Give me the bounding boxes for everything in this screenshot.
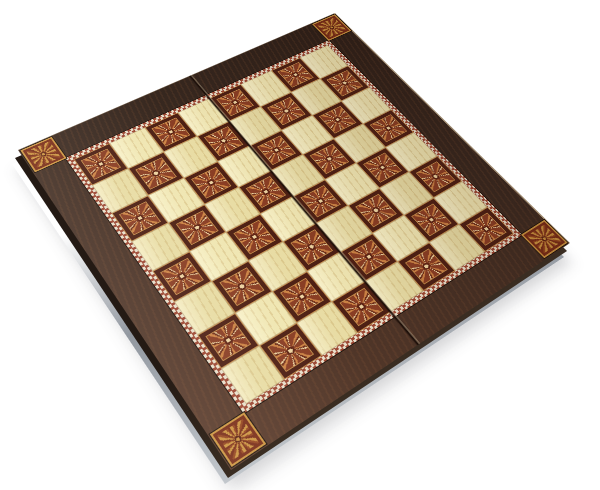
chess-board [18, 13, 570, 470]
corner-ornament-top [312, 14, 351, 41]
board-playing-area [65, 40, 522, 413]
photo-background [0, 0, 600, 490]
